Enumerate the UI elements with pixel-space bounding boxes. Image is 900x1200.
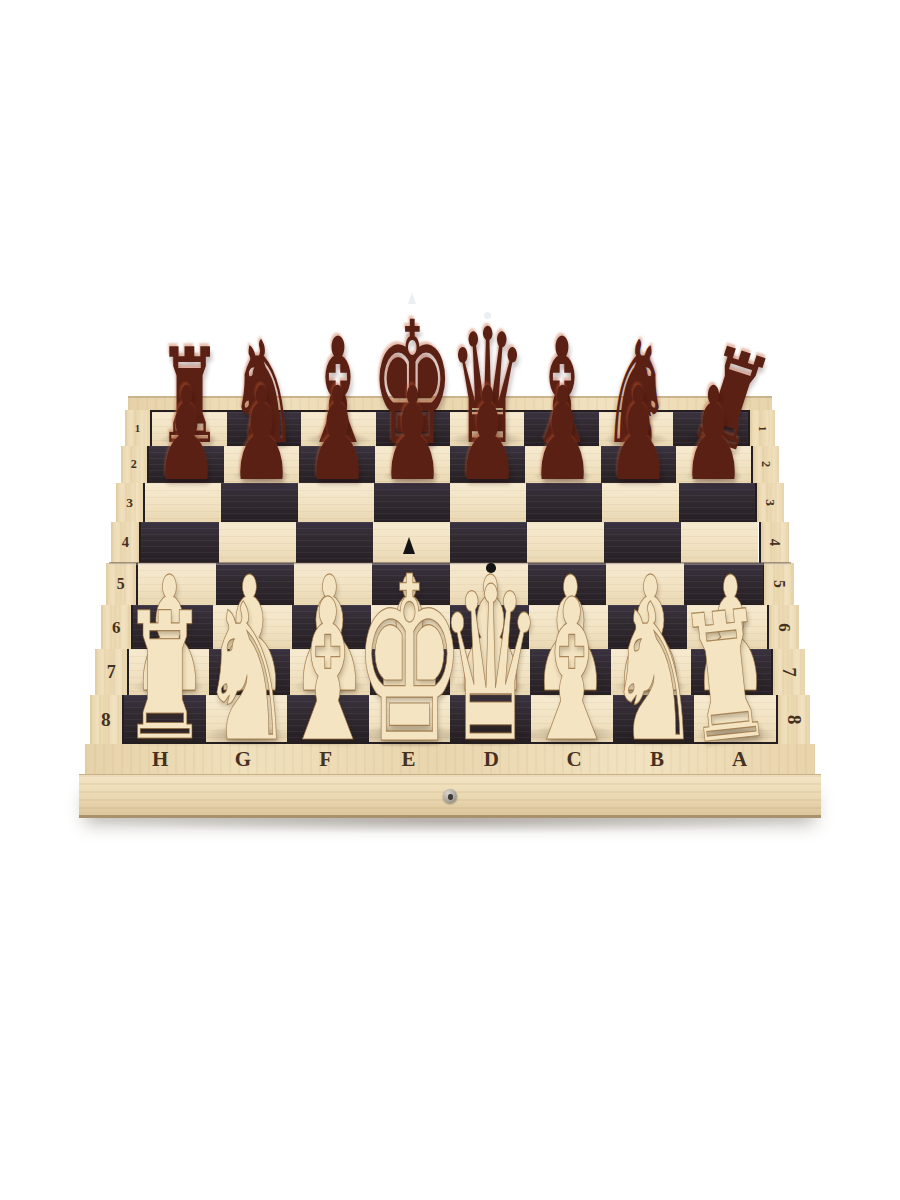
rank-label-cell-left: 8 (90, 695, 123, 744)
piece-shadow (532, 678, 608, 695)
square-f5 (294, 563, 372, 605)
file-label-h: H (119, 749, 202, 770)
piece-shadow (291, 678, 367, 695)
square-a4 (681, 522, 758, 563)
piece-shadow (608, 725, 699, 746)
rank-label-right: 1 (757, 425, 768, 431)
square-d3 (450, 483, 526, 522)
file-label-e: E (367, 749, 450, 770)
rank-label-right: 7 (780, 667, 798, 676)
rank-label-right: 5 (771, 580, 787, 588)
queen-finial-bead (484, 312, 491, 319)
piece-shadow (452, 678, 528, 695)
square-c6 (529, 605, 608, 649)
piece-shadow (693, 678, 769, 695)
piece-shadow (303, 432, 373, 448)
rank-label-left: 5 (117, 576, 125, 592)
square-e5 (372, 563, 450, 605)
square-b5 (606, 563, 684, 605)
file-label-b: B (616, 749, 699, 770)
board-frame-bottom: HGFEDCBA (85, 744, 815, 774)
piece-shadow (381, 469, 443, 483)
square-e4 (373, 522, 450, 563)
board-rank-row: 55 (106, 563, 794, 605)
rank-label-right: 6 (775, 623, 792, 632)
rank-label-cell-left: 5 (106, 563, 135, 605)
piece-shadow (230, 432, 298, 448)
square-a5 (684, 563, 762, 605)
rank-label-right: 8 (784, 715, 803, 725)
piece-shadow (612, 678, 688, 695)
piece-shadow (457, 469, 519, 483)
piece-shadow (231, 469, 293, 483)
rank-label-cell-right: 5 (764, 563, 793, 605)
square-a6 (687, 605, 766, 649)
square-h4 (141, 522, 218, 563)
front-panel (79, 774, 821, 818)
square-g6 (213, 605, 292, 649)
square-c5 (528, 563, 606, 605)
file-label-c: C (533, 749, 616, 770)
rank-label-right: 2 (760, 461, 772, 467)
rank-label-cell-left: 6 (101, 605, 132, 649)
file-label-a: A (698, 749, 781, 770)
piece-shadow (306, 469, 368, 483)
piece-shadow (607, 469, 669, 483)
rank-label-left: 3 (126, 496, 133, 509)
rank-label-cell-right: 1 (750, 410, 775, 446)
piece-shadow (525, 724, 619, 746)
board-rank-row: 66 (101, 605, 799, 649)
piece-shadow (372, 678, 448, 695)
rank-label-cell-left: 4 (111, 522, 139, 563)
file-label-g: G (202, 749, 285, 770)
board-rank-row: 22 (121, 446, 780, 483)
piece-shadow (449, 431, 525, 448)
rank-label-cell-right: 2 (753, 446, 779, 483)
rank-label-cell-right: 8 (778, 695, 811, 744)
rank-label-left: 8 (101, 710, 111, 729)
rank-label-left: 4 (122, 535, 129, 550)
piece-shadow (201, 725, 292, 746)
square-e6 (371, 605, 450, 649)
king-finial-spike (408, 292, 416, 304)
board-squares-row (131, 605, 768, 649)
rank-label-cell-right: 7 (773, 649, 805, 695)
square-g5 (216, 563, 294, 605)
square-b4 (604, 522, 681, 563)
rank-label-left: 7 (107, 663, 116, 681)
board-squares-row (143, 483, 757, 522)
square-f3 (298, 483, 374, 522)
rank-label-cell-left: 7 (95, 649, 127, 695)
piece-shadow (123, 725, 207, 744)
piece-shadow (602, 432, 670, 448)
clasp-latch (443, 789, 457, 803)
rank-label-cell-right: 4 (761, 522, 789, 563)
square-g4 (219, 522, 296, 563)
square-b6 (608, 605, 687, 649)
square-d6 (450, 605, 529, 649)
square-c4 (527, 522, 604, 563)
file-label-f: F (284, 749, 367, 770)
piece-shadow (679, 432, 742, 446)
piece-shadow (211, 678, 287, 695)
board-squares-row (136, 563, 765, 605)
piece-shadow (527, 432, 597, 448)
rank-label-cell-right: 3 (757, 483, 784, 522)
rank-label-left: 1 (135, 423, 141, 434)
piece-shadow (693, 725, 777, 744)
square-h6 (133, 605, 212, 649)
rank-label-cell-left: 1 (125, 410, 150, 446)
square-c3 (526, 483, 602, 522)
square-e3 (374, 483, 450, 522)
chess-set-photo: 1122334455667788HGFEDCBA♜♞♝♚♛♝♞♜♟♟♟♟♟♟♟♟… (0, 0, 900, 1200)
square-b3 (602, 483, 678, 522)
square-h3 (145, 483, 221, 522)
rank-label-cell-left: 2 (121, 446, 147, 483)
square-d4 (450, 522, 527, 563)
square-f6 (292, 605, 371, 649)
piece-shadow (683, 469, 745, 483)
rank-label-right: 4 (767, 539, 782, 546)
piece-shadow (372, 430, 454, 449)
file-label-d: D (450, 749, 533, 770)
square-d5 (450, 563, 528, 605)
board-squares-row (139, 522, 760, 563)
piece-shadow (131, 678, 207, 695)
clasp-keyhole (448, 794, 453, 800)
rank-label-right: 3 (764, 499, 777, 506)
rank-label-left: 6 (112, 619, 121, 636)
square-h5 (138, 563, 216, 605)
rank-label-left: 2 (131, 458, 137, 470)
piece-shadow (155, 469, 217, 483)
square-g3 (221, 483, 297, 522)
fold-seam (109, 562, 792, 565)
board-rank-row: 33 (116, 483, 784, 522)
square-a3 (679, 483, 755, 522)
rank-label-cell-right: 6 (769, 605, 800, 649)
square-f4 (296, 522, 373, 563)
rank-label-cell-left: 3 (116, 483, 143, 522)
board-rank-row: 44 (111, 522, 789, 563)
piece-shadow (532, 469, 594, 483)
piece-shadow (158, 432, 221, 446)
